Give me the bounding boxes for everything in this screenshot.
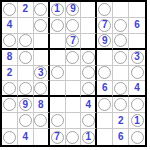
given-digit: 6 [102, 83, 108, 93]
given-digit: 2 [118, 116, 124, 126]
odd-circle [114, 82, 127, 95]
cell-r6c2[interactable] [18, 81, 34, 97]
given-digit: 9 [23, 100, 29, 110]
cell-r1c7[interactable] [97, 2, 113, 18]
odd-circle: 9 [19, 98, 32, 111]
cell-r9c2[interactable]: 4 [18, 129, 34, 145]
cell-r6c3[interactable] [34, 81, 50, 97]
odd-circle [66, 19, 79, 32]
odd-circle [114, 34, 127, 47]
odd-circle [51, 114, 64, 127]
odd-circle [34, 3, 47, 16]
cell-r5c3[interactable]: 3 [34, 66, 50, 82]
cell-r7c7[interactable] [97, 97, 113, 113]
odd-circle: 7 [98, 19, 111, 32]
cell-r3c1[interactable] [2, 34, 18, 50]
odd-circle [82, 82, 95, 95]
given-digit: 1 [54, 4, 60, 14]
given-digit: 3 [38, 68, 44, 78]
odd-circle [98, 3, 111, 16]
cell-r9c1[interactable] [2, 129, 18, 145]
odd-circle: 9 [66, 3, 79, 16]
given-digit: 4 [134, 83, 140, 93]
cell-r7c9[interactable] [129, 97, 145, 113]
odd-circle [34, 19, 47, 32]
cell-r3c4[interactable] [50, 34, 66, 50]
odd-circle [34, 114, 47, 127]
given-digit: 7 [54, 132, 60, 142]
given-digit: 7 [102, 20, 108, 30]
given-digit: 2 [7, 68, 13, 78]
cell-r5c4[interactable] [50, 66, 66, 82]
given-digit: 8 [38, 100, 44, 110]
cell-r8c2[interactable] [18, 113, 34, 129]
cell-r9c7[interactable] [97, 129, 113, 145]
given-digit: 9 [102, 36, 108, 46]
cell-r6c4[interactable] [50, 81, 66, 97]
odd-circle [131, 98, 144, 111]
given-digit: 3 [134, 52, 140, 62]
cell-r9c4[interactable]: 7 [50, 129, 66, 145]
odd-circle [3, 34, 16, 47]
cell-r7c1[interactable] [2, 97, 18, 113]
cell-r2c9[interactable]: 6 [129, 18, 145, 34]
cell-r8c4[interactable] [50, 113, 66, 129]
odd-circle: 3 [131, 51, 144, 64]
odd-circle [3, 131, 16, 144]
cell-r1c3[interactable] [34, 2, 50, 18]
cell-r6c5[interactable] [66, 81, 82, 97]
odd-circle [98, 98, 111, 111]
cell-r2c7[interactable]: 7 [97, 18, 113, 34]
cell-r6c6[interactable] [81, 81, 97, 97]
cell-r1c8[interactable] [113, 2, 129, 18]
cell-r1c5[interactable]: 9 [66, 2, 82, 18]
cell-r7c5[interactable] [66, 97, 82, 113]
cell-r1c9[interactable] [129, 2, 145, 18]
cell-r7c3[interactable]: 8 [34, 97, 50, 113]
given-digit: 6 [118, 132, 124, 142]
odd-circle [3, 82, 16, 95]
cell-r8c7[interactable] [97, 113, 113, 129]
cell-r4c1[interactable]: 8 [2, 50, 18, 66]
given-digit: 9 [70, 4, 76, 14]
cell-r3c7[interactable]: 9 [97, 34, 113, 50]
cell-r4c5[interactable] [66, 50, 82, 66]
odd-circle [19, 51, 32, 64]
odd-circle: 7 [66, 34, 79, 47]
odd-circle [19, 34, 32, 47]
odd-circle [19, 82, 32, 95]
cell-r6c8[interactable] [113, 81, 129, 97]
odd-circle [114, 19, 127, 32]
given-digit: 2 [23, 4, 29, 14]
cell-r4c9[interactable]: 3 [129, 50, 145, 66]
cell-r2c8[interactable] [113, 18, 129, 34]
cell-r3c5[interactable]: 7 [66, 34, 82, 50]
cell-r8c1[interactable] [2, 113, 18, 129]
cell-r8c6[interactable] [81, 113, 97, 129]
cell-r5c6[interactable] [81, 66, 97, 82]
odd-circle [114, 51, 127, 64]
cell-r5c1[interactable]: 2 [2, 66, 18, 82]
cell-r7c8[interactable] [113, 97, 129, 113]
cell-r7c6[interactable]: 4 [81, 97, 97, 113]
odd-circle [51, 66, 64, 79]
odd-circle [82, 114, 95, 127]
cell-r4c3[interactable] [34, 50, 50, 66]
given-digit: 8 [7, 52, 13, 62]
odd-circle [114, 98, 127, 111]
odd-circle: 1 [82, 131, 95, 144]
cell-r4c2[interactable] [18, 50, 34, 66]
odd-circle: 7 [51, 131, 64, 144]
cell-r4c4[interactable] [50, 50, 66, 66]
cell-r9c3[interactable] [34, 129, 50, 145]
cell-r5c9[interactable] [129, 66, 145, 82]
odd-circle [98, 66, 111, 79]
cell-r9c9[interactable] [129, 129, 145, 145]
odd-circle [131, 131, 144, 144]
odd-circle: 1 [131, 114, 144, 127]
cell-r1c2[interactable]: 2 [18, 2, 34, 18]
given-digit: 1 [86, 132, 92, 142]
odd-circle [66, 131, 79, 144]
cell-r3c3[interactable] [34, 34, 50, 50]
cell-r8c8[interactable]: 2 [113, 113, 129, 129]
cell-r3c8[interactable] [113, 34, 129, 50]
cell-r7c4[interactable] [50, 97, 66, 113]
given-digit: 1 [134, 116, 140, 126]
cell-r2c1[interactable]: 4 [2, 18, 18, 34]
cell-r6c9[interactable]: 4 [129, 81, 145, 97]
cell-r2c2[interactable] [18, 18, 34, 34]
odd-circle [34, 82, 47, 95]
odd-circle [3, 3, 16, 16]
cell-r1c4[interactable]: 1 [50, 2, 66, 18]
given-digit: 4 [23, 132, 29, 142]
cell-r5c2[interactable] [18, 66, 34, 82]
given-digit: 6 [134, 20, 140, 30]
cell-r4c6[interactable] [81, 50, 97, 66]
cell-r5c8[interactable] [113, 66, 129, 82]
cell-r9c6[interactable]: 1 [81, 129, 97, 145]
cell-r8c9[interactable]: 1 [129, 113, 145, 129]
cell-r9c5[interactable] [66, 129, 82, 145]
odd-circle: 3 [34, 66, 47, 79]
cell-r3c6[interactable] [81, 34, 97, 50]
cell-r8c3[interactable] [34, 113, 50, 129]
given-digit: 7 [70, 36, 76, 46]
given-digit: 4 [86, 100, 92, 110]
cell-r3c2[interactable] [18, 34, 34, 50]
odd-circle [3, 98, 16, 111]
odd-circle [19, 114, 32, 127]
cell-r5c7[interactable] [97, 66, 113, 82]
cell-r2c4[interactable] [50, 18, 66, 34]
cell-r1c6[interactable] [81, 2, 97, 18]
odd-circle [82, 51, 95, 64]
cell-r3c9[interactable] [129, 34, 145, 50]
odd-circle [66, 51, 79, 64]
cell-r5c5[interactable] [66, 66, 82, 82]
given-digit: 4 [7, 20, 13, 30]
odd-circle [51, 19, 64, 32]
cell-r2c5[interactable] [66, 18, 82, 34]
cell-r2c6[interactable] [81, 18, 97, 34]
cell-r1c1[interactable] [2, 2, 18, 18]
cell-r6c1[interactable] [2, 81, 18, 97]
odd-circle: 1 [51, 3, 64, 16]
cell-r2c3[interactable] [34, 18, 50, 34]
cell-r9c8[interactable]: 6 [113, 129, 129, 145]
cell-r7c2[interactable]: 9 [18, 97, 34, 113]
odd-circle [82, 66, 95, 79]
odd-circle: 9 [98, 34, 111, 47]
cell-r6c7[interactable]: 6 [97, 81, 113, 97]
cell-r4c8[interactable] [113, 50, 129, 66]
sudoku-board: 21947679832364984214716 [0, 0, 147, 147]
cell-r4c7[interactable] [97, 50, 113, 66]
cell-r8c5[interactable] [66, 113, 82, 129]
odd-circle [131, 66, 144, 79]
